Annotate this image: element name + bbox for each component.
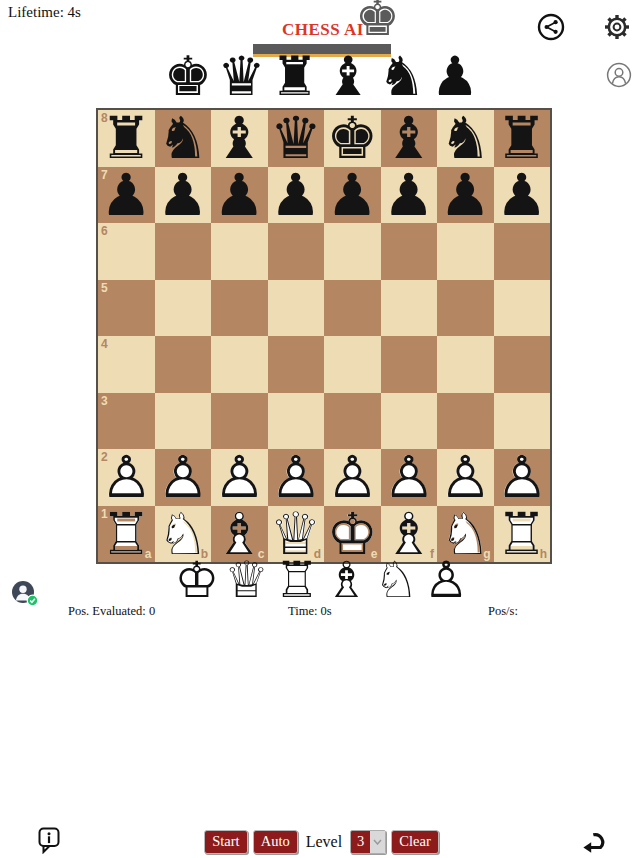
rank-label: 3: [101, 395, 108, 407]
black-tray-pawn[interactable]: ♟: [431, 50, 479, 104]
white-pawn[interactable]: ♟♙: [437, 449, 494, 506]
square-h7[interactable]: ♟: [494, 167, 551, 224]
square-c2[interactable]: ♟♙: [211, 449, 268, 506]
square-h4[interactable]: [494, 336, 551, 393]
black-tray-knight[interactable]: ♞: [377, 50, 425, 104]
square-d7[interactable]: ♟: [268, 167, 325, 224]
square-e2[interactable]: ♟♙: [324, 449, 381, 506]
white-pawn[interactable]: ♟♙: [494, 449, 551, 506]
white-piece-tray: ♔♕♖♗♘♙: [0, 557, 643, 605]
square-h6[interactable]: [494, 223, 551, 280]
clear-button[interactable]: Clear: [391, 830, 438, 854]
white-pawn[interactable]: ♟♙: [381, 449, 438, 506]
white-tray-pawn[interactable]: ♙: [424, 555, 469, 605]
rank-label: 4: [101, 338, 108, 350]
square-c4[interactable]: [211, 336, 268, 393]
lifetime-label: Lifetime: 4s: [8, 4, 81, 21]
black-rook[interactable]: ♜: [98, 110, 155, 167]
rank-label: 5: [101, 282, 108, 294]
black-pawn[interactable]: ♟: [437, 167, 494, 224]
white-tray-bishop[interactable]: ♗: [324, 555, 369, 605]
white-pawn[interactable]: ♟♙: [155, 449, 212, 506]
square-d2[interactable]: ♟♙: [268, 449, 325, 506]
black-knight[interactable]: ♞: [437, 110, 494, 167]
black-knight[interactable]: ♞: [155, 110, 212, 167]
square-b6[interactable]: [155, 223, 212, 280]
square-c7[interactable]: ♟: [211, 167, 268, 224]
black-bishop[interactable]: ♝: [211, 110, 268, 167]
black-pawn[interactable]: ♟: [324, 167, 381, 224]
auto-button[interactable]: Auto: [253, 830, 298, 854]
black-piece-tray: ♚♛♜♝♞♟: [0, 48, 643, 104]
square-g4[interactable]: [437, 336, 494, 393]
square-f5[interactable]: [381, 280, 438, 337]
square-a3[interactable]: 3: [98, 393, 155, 450]
square-e5[interactable]: [324, 280, 381, 337]
black-tray-king[interactable]: ♚: [164, 50, 212, 104]
black-pawn[interactable]: ♟: [494, 167, 551, 224]
square-a8[interactable]: 8♜: [98, 110, 155, 167]
square-g5[interactable]: [437, 280, 494, 337]
square-d8[interactable]: ♛: [268, 110, 325, 167]
square-g8[interactable]: ♞: [437, 110, 494, 167]
square-b7[interactable]: ♟: [155, 167, 212, 224]
white-pawn[interactable]: ♟♙: [268, 449, 325, 506]
level-select[interactable]: 3: [350, 830, 386, 854]
white-tray-queen[interactable]: ♕: [224, 555, 269, 605]
square-h2[interactable]: ♟♙: [494, 449, 551, 506]
chevron-down-icon: [370, 831, 385, 853]
square-e6[interactable]: [324, 223, 381, 280]
level-label: Level: [306, 833, 342, 851]
square-f7[interactable]: ♟: [381, 167, 438, 224]
square-f2[interactable]: ♟♙: [381, 449, 438, 506]
time-label: Time: 0s: [288, 604, 332, 619]
black-rook[interactable]: ♜: [494, 110, 551, 167]
white-tray-knight[interactable]: ♘: [374, 555, 419, 605]
square-c6[interactable]: [211, 223, 268, 280]
gear-icon[interactable]: [602, 12, 632, 46]
chess-board[interactable]: 8♜♞♝♛♚♝♞♜7♟♟♟♟♟♟♟♟65432♟♙♟♙♟♙♟♙♟♙♟♙♟♙♟♙1…: [96, 108, 552, 564]
square-f6[interactable]: [381, 223, 438, 280]
square-h5[interactable]: [494, 280, 551, 337]
black-tray-queen[interactable]: ♛: [217, 50, 265, 104]
black-pawn[interactable]: ♟: [155, 167, 212, 224]
square-a7[interactable]: 7♟: [98, 167, 155, 224]
square-e7[interactable]: ♟: [324, 167, 381, 224]
positions-per-second-label: Pos/s:: [488, 604, 518, 619]
rank-label: 6: [101, 225, 108, 237]
square-c5[interactable]: [211, 280, 268, 337]
square-d6[interactable]: [268, 223, 325, 280]
black-pawn[interactable]: ♟: [98, 167, 155, 224]
square-a1[interactable]: 1a♜♖: [98, 506, 155, 563]
square-a4[interactable]: 4: [98, 336, 155, 393]
square-b3[interactable]: [155, 393, 212, 450]
black-pawn[interactable]: ♟: [268, 167, 325, 224]
square-a5[interactable]: 5: [98, 280, 155, 337]
white-tray-king[interactable]: ♔: [175, 555, 220, 605]
black-pawn[interactable]: ♟: [211, 167, 268, 224]
white-pawn[interactable]: ♟♙: [211, 449, 268, 506]
level-value: 3: [351, 831, 370, 853]
black-tray-rook[interactable]: ♜: [271, 50, 319, 104]
square-a2[interactable]: 2♟♙: [98, 449, 155, 506]
square-c3[interactable]: [211, 393, 268, 450]
black-tray-bishop[interactable]: ♝: [324, 50, 372, 104]
black-pawn[interactable]: ♟: [381, 167, 438, 224]
square-g3[interactable]: [437, 393, 494, 450]
black-queen[interactable]: ♛: [268, 110, 325, 167]
square-e8[interactable]: ♚: [324, 110, 381, 167]
square-e3[interactable]: [324, 393, 381, 450]
square-g2[interactable]: ♟♙: [437, 449, 494, 506]
engine-status-avatar[interactable]: [11, 580, 41, 612]
square-b5[interactable]: [155, 280, 212, 337]
start-button[interactable]: Start: [204, 830, 247, 854]
square-d3[interactable]: [268, 393, 325, 450]
white-tray-rook[interactable]: ♖: [274, 555, 319, 605]
square-b4[interactable]: [155, 336, 212, 393]
square-d5[interactable]: [268, 280, 325, 337]
square-g6[interactable]: [437, 223, 494, 280]
share-icon[interactable]: [537, 13, 565, 45]
engine-controls: Start Auto Level 3 Clear: [0, 830, 643, 854]
square-a6[interactable]: 6: [98, 223, 155, 280]
square-b2[interactable]: ♟♙: [155, 449, 212, 506]
square-f8[interactable]: ♝: [381, 110, 438, 167]
square-b8[interactable]: ♞: [155, 110, 212, 167]
square-h8[interactable]: ♜: [494, 110, 551, 167]
square-f3[interactable]: [381, 393, 438, 450]
square-e4[interactable]: [324, 336, 381, 393]
positions-evaluated-label: Pos. Evaluated: 0: [68, 604, 155, 619]
square-h3[interactable]: [494, 393, 551, 450]
white-rook[interactable]: ♜♖: [494, 506, 551, 563]
square-h1[interactable]: h♜♖: [494, 506, 551, 563]
black-bishop[interactable]: ♝: [381, 110, 438, 167]
undo-icon[interactable]: [582, 827, 612, 858]
white-pawn[interactable]: ♟♙: [98, 449, 155, 506]
square-f4[interactable]: [381, 336, 438, 393]
square-c8[interactable]: ♝: [211, 110, 268, 167]
white-pawn[interactable]: ♟♙: [324, 449, 381, 506]
black-king[interactable]: ♚: [324, 110, 381, 167]
app-title: CHESS AI: [282, 20, 364, 40]
square-d4[interactable]: [268, 336, 325, 393]
square-g7[interactable]: ♟: [437, 167, 494, 224]
white-rook[interactable]: ♜♖: [98, 506, 155, 563]
